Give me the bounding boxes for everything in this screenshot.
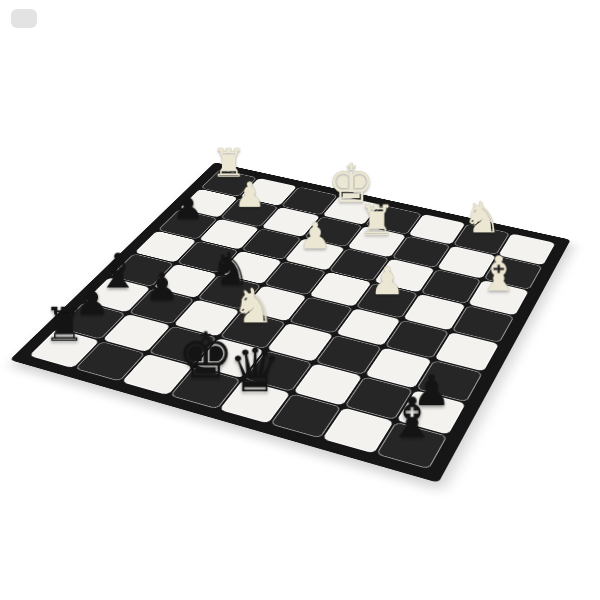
piece-black-pawn[interactable]: ♟ [130,268,195,306]
square-a1[interactable]: ♜ [29,329,99,368]
piece-white-knight[interactable]: ♞ [452,196,512,239]
piece-white-bishop[interactable]: ♝ [467,249,531,297]
board-scene: ♜♚♞♟♜♟♟♝♟♞♝♟♞♟♟♜♚♛♝ [0,0,600,600]
photo-stage: ♜♚♞♟♜♟♟♝♟♞♝♟♞♟♟♜♚♛♝ [0,0,600,600]
piece-white-pawn[interactable]: ♟ [284,218,345,254]
piece-black-bishop[interactable]: ♝ [375,389,449,445]
piece-white-pawn[interactable]: ♟ [220,178,278,213]
piece-black-pawn[interactable]: ♟ [158,189,217,224]
square-h1[interactable]: ♝ [376,422,448,469]
chess-board: ♜♚♞♟♜♟♟♝♟♞♝♟♞♟♟♜♚♛♝ [10,162,571,483]
piece-black-queen[interactable]: ♛ [220,341,291,401]
piece-white-rook[interactable]: ♜ [347,200,407,241]
piece-white-pawn[interactable]: ♟ [355,262,419,300]
piece-black-rook[interactable]: ♜ [31,302,99,348]
